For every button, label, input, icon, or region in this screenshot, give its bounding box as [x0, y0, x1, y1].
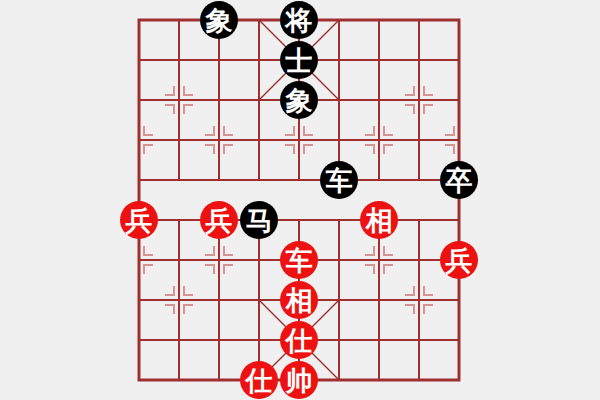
board-point[interactable]: 仕 [279, 320, 319, 360]
piece-red-chariot[interactable]: 车 [280, 241, 318, 279]
board-point[interactable]: 兵 [119, 200, 159, 240]
piece-red-advisor[interactable]: 仕 [240, 361, 278, 399]
piece-red-advisor[interactable]: 仕 [280, 321, 318, 359]
piece-black-elephant[interactable]: 象 [280, 81, 318, 119]
board-point[interactable]: 兵 [199, 200, 239, 240]
piece-black-general[interactable]: 将 [280, 1, 318, 39]
board-point[interactable]: 兵 [439, 240, 479, 280]
piece-red-king[interactable]: 帅 [280, 361, 318, 399]
piece-red-soldier[interactable]: 兵 [200, 201, 238, 239]
board-point[interactable]: 象 [279, 80, 319, 120]
piece-black-soldier[interactable]: 卒 [440, 161, 478, 199]
board-point[interactable]: 相 [359, 200, 399, 240]
board-point[interactable]: 士 [279, 40, 319, 80]
piece-red-soldier[interactable]: 兵 [120, 201, 158, 239]
piece-red-elephant[interactable]: 相 [280, 281, 318, 319]
board-point[interactable]: 马 [239, 200, 279, 240]
piece-black-advisor[interactable]: 士 [280, 41, 318, 79]
board[interactable]: 象将士象车卒马兵兵相车兵相仕仕帅 [119, 0, 479, 400]
board-point[interactable]: 仕 [239, 360, 279, 400]
piece-black-horse[interactable]: 马 [240, 201, 278, 239]
board-point[interactable]: 卒 [439, 160, 479, 200]
piece-red-soldier[interactable]: 兵 [440, 241, 478, 279]
board-point[interactable]: 车 [319, 160, 359, 200]
piece-black-elephant[interactable]: 象 [200, 1, 238, 39]
board-point[interactable]: 象 [199, 0, 239, 40]
xiangqi-app-screen: 象将士象车卒马兵兵相车兵相仕仕帅 [0, 0, 600, 400]
board-point[interactable]: 将 [279, 0, 319, 40]
piece-black-chariot[interactable]: 车 [320, 161, 358, 199]
board-point[interactable]: 车 [279, 240, 319, 280]
board-point[interactable]: 帅 [279, 360, 319, 400]
board-point[interactable]: 相 [279, 280, 319, 320]
piece-red-elephant[interactable]: 相 [360, 201, 398, 239]
